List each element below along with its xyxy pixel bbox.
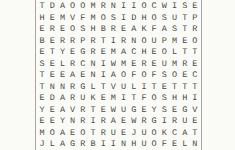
grid-cell[interactable]: O [169, 70, 179, 81]
grid-cell[interactable]: G [129, 104, 139, 115]
grid-cell[interactable]: E [47, 58, 57, 69]
grid-cell[interactable]: H [139, 47, 149, 58]
grid-cell[interactable]: M [169, 35, 179, 46]
grid-cell[interactable]: R [98, 1, 108, 12]
grid-cell[interactable]: T [88, 127, 98, 138]
grid-cell[interactable]: C [190, 70, 200, 81]
grid-cell[interactable]: C [169, 127, 179, 138]
grid-cell[interactable]: M [108, 47, 118, 58]
grid-cell[interactable]: K [159, 127, 169, 138]
grid-cell[interactable]: E [190, 116, 200, 127]
grid-cell[interactable]: E [57, 24, 67, 35]
grid-cell[interactable]: U [180, 116, 190, 127]
grid-cell[interactable]: O [68, 24, 78, 35]
grid-cell[interactable]: R [68, 35, 78, 46]
grid-cell[interactable]: R [169, 116, 179, 127]
grid-cell[interactable]: E [47, 35, 57, 46]
grid-cell[interactable]: A [119, 47, 129, 58]
grid-cell[interactable]: E [180, 35, 190, 46]
grid-cell[interactable]: O [149, 127, 159, 138]
grid-cell[interactable]: H [129, 139, 139, 150]
grid-cell[interactable]: E [37, 116, 47, 127]
grid-cell[interactable]: C [129, 47, 139, 58]
grid-cell[interactable]: M [37, 127, 47, 138]
grid-cell[interactable]: T [190, 127, 200, 138]
grid-cell[interactable]: O [139, 70, 149, 81]
grid-cell[interactable]: T [129, 93, 139, 104]
grid-cell[interactable]: R [78, 104, 88, 115]
grid-cell[interactable]: R [139, 116, 149, 127]
grid-cell[interactable]: I [108, 35, 118, 46]
grid-cell[interactable]: R [108, 24, 118, 35]
grid-cell[interactable]: E [57, 70, 67, 81]
grid-cell[interactable]: R [78, 116, 88, 127]
grid-cell[interactable]: H [169, 93, 179, 104]
word-search-scan: TDAOOMRNIIOCWISEHEMVFMOSIDHOSUTPEREOSHBR… [0, 0, 235, 150]
grid-cell[interactable]: E [169, 104, 179, 115]
grid-cell[interactable]: A [57, 1, 67, 12]
grid-cell[interactable]: A [57, 104, 67, 115]
grid-cell[interactable]: S [78, 24, 88, 35]
grid-cell[interactable]: K [139, 24, 149, 35]
grid-cell[interactable]: T [37, 81, 47, 92]
grid-cell[interactable]: N [190, 139, 200, 150]
grid-cell[interactable]: G [180, 104, 190, 115]
grid-cell[interactable]: M [88, 1, 98, 12]
grid-cell[interactable]: J [129, 127, 139, 138]
word-search-board: TDAOOMRNIIOCWISEHEMVFMOSIDHOSUTPEREOSHBR… [35, 0, 202, 150]
grid-cell[interactable]: N [47, 81, 57, 92]
grid-cell[interactable]: E [180, 70, 190, 81]
grid-cell[interactable]: Y [149, 104, 159, 115]
grid-cell[interactable]: U [78, 93, 88, 104]
grid-cell[interactable]: R [190, 24, 200, 35]
grid-cell[interactable]: R [180, 58, 190, 69]
grid-cell[interactable]: F [129, 70, 139, 81]
grid-cell[interactable]: F [159, 139, 169, 150]
grid-cell[interactable]: R [98, 127, 108, 138]
grid-cell[interactable]: E [98, 104, 108, 115]
grid-cell[interactable]: Y [57, 116, 67, 127]
grid-cell[interactable]: O [119, 70, 129, 81]
grid-cell[interactable]: W [108, 104, 118, 115]
grid-cell[interactable]: I [129, 1, 139, 12]
grid-cell[interactable]: E [47, 12, 57, 23]
grid-cell[interactable]: O [149, 93, 159, 104]
grid-cell[interactable]: R [68, 81, 78, 92]
grid-cell[interactable]: T [180, 12, 190, 23]
grid-cell[interactable]: G [149, 116, 159, 127]
grid-cell[interactable]: R [78, 139, 88, 150]
grid-cell[interactable]: I [139, 81, 149, 92]
grid-cell[interactable]: Y [57, 47, 67, 58]
grid-cell[interactable]: R [88, 35, 98, 46]
grid-cell[interactable]: T [47, 47, 57, 58]
grid-cell[interactable]: T [37, 1, 47, 12]
grid-cell[interactable]: R [57, 35, 67, 46]
grid-cell[interactable]: O [78, 1, 88, 12]
grid-cell[interactable]: A [68, 70, 78, 81]
grid-cell[interactable]: T [37, 70, 47, 81]
grid-cell[interactable]: T [180, 81, 190, 92]
grid-cell[interactable]: C [149, 1, 159, 12]
grid-cell[interactable]: R [98, 116, 108, 127]
grid-cell[interactable]: I [98, 139, 108, 150]
grid-cell[interactable]: L [129, 81, 139, 92]
grid-cell[interactable]: S [159, 93, 169, 104]
grid-cell[interactable]: W [159, 1, 169, 12]
grid-cell[interactable]: D [129, 12, 139, 23]
grid-cell[interactable]: L [57, 58, 67, 69]
grid-cell[interactable]: E [37, 47, 47, 58]
grid-cell[interactable]: T [149, 81, 159, 92]
grid-cell[interactable]: S [159, 104, 169, 115]
grid-cell[interactable]: I [190, 93, 200, 104]
grid-cell[interactable]: P [78, 35, 88, 46]
grid-cell[interactable]: E [119, 24, 129, 35]
grid-cell[interactable]: F [78, 12, 88, 23]
grid-cell[interactable]: R [47, 24, 57, 35]
grid-cell[interactable]: O [190, 35, 200, 46]
grid-cell[interactable]: A [57, 127, 67, 138]
grid-cell[interactable]: B [88, 139, 98, 150]
grid-cell[interactable]: N [88, 70, 98, 81]
grid-cell[interactable]: T [98, 81, 108, 92]
grid-cell[interactable]: S [180, 1, 190, 12]
grid-cell[interactable]: P [190, 12, 200, 23]
grid-cell[interactable]: U [169, 12, 179, 23]
grid-cell[interactable]: L [88, 81, 98, 92]
grid-cell[interactable]: E [68, 127, 78, 138]
grid-cell[interactable]: D [47, 1, 57, 12]
grid-cell[interactable]: A [159, 24, 169, 35]
grid-cell[interactable]: O [47, 127, 57, 138]
grid-cell[interactable]: B [98, 24, 108, 35]
grid-cell[interactable]: N [129, 35, 139, 46]
grid-cell[interactable]: I [119, 12, 129, 23]
grid-cell[interactable]: G [78, 47, 88, 58]
grid-cell[interactable]: E [78, 70, 88, 81]
grid-cell[interactable]: I [98, 70, 108, 81]
grid-cell[interactable]: K [88, 93, 98, 104]
grid-cell[interactable]: U [119, 104, 129, 115]
grid-cell[interactable]: U [149, 35, 159, 46]
grid-cell[interactable]: V [68, 104, 78, 115]
grid-cell[interactable]: H [37, 12, 47, 23]
grid-cell[interactable]: M [119, 58, 129, 69]
grid-cell[interactable]: L [180, 139, 190, 150]
grid-cell[interactable]: F [149, 24, 159, 35]
grid-cell[interactable]: G [78, 81, 88, 92]
grid-cell[interactable]: E [47, 116, 57, 127]
grid-cell[interactable]: H [139, 12, 149, 23]
grid-cell[interactable]: O [68, 1, 78, 12]
grid-cell[interactable]: E [119, 127, 129, 138]
grid-cell[interactable]: N [57, 81, 67, 92]
grid-cell[interactable]: I [88, 116, 98, 127]
grid-cell[interactable]: I [119, 1, 129, 12]
grid-cell[interactable]: O [149, 139, 159, 150]
grid-cell[interactable]: A [180, 127, 190, 138]
grid-cell[interactable]: O [159, 47, 169, 58]
grid-cell[interactable]: U [139, 139, 149, 150]
grid-cell[interactable]: S [159, 12, 169, 23]
grid-cell[interactable]: R [68, 93, 78, 104]
grid-cell[interactable]: I [169, 1, 179, 12]
grid-cell[interactable]: O [139, 1, 149, 12]
grid-cell[interactable]: E [159, 81, 169, 92]
grid-cell[interactable]: E [37, 24, 47, 35]
grid-cell[interactable]: W [108, 58, 118, 69]
grid-cell[interactable]: T [180, 47, 190, 58]
grid-cell[interactable]: T [88, 104, 98, 115]
grid-cell[interactable]: A [57, 93, 67, 104]
grid-cell[interactable]: W [129, 116, 139, 127]
grid-cell[interactable]: G [68, 139, 78, 150]
grid-cell[interactable]: A [57, 139, 67, 150]
grid-cell[interactable]: I [119, 93, 129, 104]
word-search-grid: TDAOOMRNIIOCWISEHEMVFMOSIDHOSUTPEREOSHBR… [36, 0, 201, 150]
grid-cell[interactable]: T [180, 24, 190, 35]
grid-cell[interactable]: A [108, 116, 118, 127]
grid-cell[interactable]: T [169, 81, 179, 92]
grid-cell[interactable]: J [37, 139, 47, 150]
grid-cell[interactable]: U [159, 58, 169, 69]
grid-cell[interactable]: T [190, 81, 200, 92]
grid-cell[interactable]: R [119, 35, 129, 46]
grid-cell[interactable]: E [98, 93, 108, 104]
grid-cell[interactable]: S [169, 24, 179, 35]
grid-cell[interactable]: M [169, 58, 179, 69]
grid-cell[interactable]: M [57, 12, 67, 23]
grid-cell[interactable]: I [108, 139, 118, 150]
grid-cell[interactable]: N [119, 139, 129, 150]
grid-cell[interactable]: E [47, 70, 57, 81]
grid-cell[interactable]: Y [37, 104, 47, 115]
grid-cell[interactable]: L [169, 47, 179, 58]
grid-cell[interactable]: R [139, 58, 149, 69]
grid-cell[interactable]: H [180, 93, 190, 104]
grid-cell[interactable]: U [139, 127, 149, 138]
grid-cell[interactable]: O [149, 12, 159, 23]
grid-cell[interactable]: A [129, 24, 139, 35]
grid-cell[interactable]: T [98, 35, 108, 46]
grid-cell[interactable]: C [78, 58, 88, 69]
grid-cell[interactable]: E [149, 47, 159, 58]
grid-cell[interactable]: E [129, 58, 139, 69]
grid-cell[interactable]: D [47, 93, 57, 104]
grid-cell[interactable]: E [139, 104, 149, 115]
grid-cell[interactable]: S [159, 70, 169, 81]
grid-cell[interactable]: M [88, 12, 98, 23]
grid-cell[interactable]: U [108, 127, 118, 138]
grid-cell[interactable]: F [139, 93, 149, 104]
grid-cell[interactable]: R [68, 58, 78, 69]
grid-cell[interactable]: L [47, 139, 57, 150]
grid-cell[interactable]: E [169, 139, 179, 150]
grid-cell[interactable]: N [108, 1, 118, 12]
grid-cell[interactable]: E [68, 47, 78, 58]
grid-cell[interactable]: E [37, 93, 47, 104]
grid-cell[interactable]: M [108, 93, 118, 104]
grid-cell[interactable]: O [78, 127, 88, 138]
grid-cell[interactable]: N [88, 58, 98, 69]
grid-cell[interactable]: E [190, 1, 200, 12]
grid-cell[interactable]: H [88, 24, 98, 35]
grid-cell[interactable]: F [149, 70, 159, 81]
grid-cell[interactable]: N [68, 116, 78, 127]
grid-cell[interactable]: I [98, 58, 108, 69]
grid-cell[interactable]: I [159, 116, 169, 127]
grid-cell[interactable]: S [37, 58, 47, 69]
grid-cell[interactable]: V [68, 12, 78, 23]
grid-cell[interactable]: T [190, 47, 200, 58]
grid-cell[interactable]: O [139, 35, 149, 46]
grid-cell[interactable]: E [98, 47, 108, 58]
grid-cell[interactable]: E [119, 116, 129, 127]
grid-cell[interactable]: E [47, 104, 57, 115]
grid-cell[interactable]: E [190, 58, 200, 69]
grid-cell[interactable]: V [190, 104, 200, 115]
grid-cell[interactable]: O [98, 12, 108, 23]
grid-cell[interactable]: R [88, 47, 98, 58]
grid-cell[interactable]: B [37, 35, 47, 46]
grid-cell[interactable]: P [159, 35, 169, 46]
grid-cell[interactable]: E [149, 58, 159, 69]
grid-cell[interactable]: V [108, 81, 118, 92]
grid-cell[interactable]: S [108, 12, 118, 23]
grid-cell[interactable]: A [108, 70, 118, 81]
grid-cell[interactable]: U [119, 81, 129, 92]
